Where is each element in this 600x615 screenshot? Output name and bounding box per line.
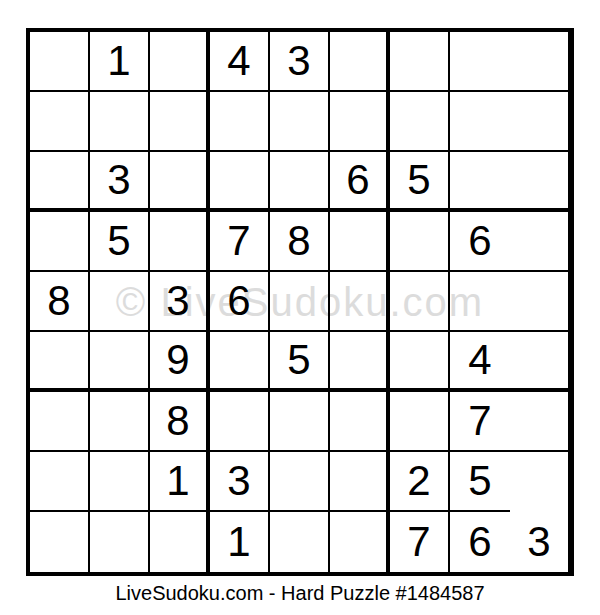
cell-r2c7[interactable]: [390, 92, 450, 152]
cell-r7c6[interactable]: [330, 392, 390, 452]
cell-r9c2[interactable]: [90, 512, 150, 572]
cell-r1c7[interactable]: [390, 32, 450, 92]
cell-r2c9[interactable]: [510, 92, 570, 152]
cell-r4c6[interactable]: [330, 212, 390, 272]
cell-r6c3[interactable]: 9: [150, 332, 210, 392]
cell-r3c2[interactable]: 3: [90, 152, 150, 212]
cell-r9c9[interactable]: 3: [510, 512, 570, 572]
sudoku-page: © LiveSudoku.com 14336557868369548713251…: [0, 28, 600, 615]
cell-r8c7[interactable]: 2: [390, 452, 450, 512]
cell-r4c4[interactable]: 7: [210, 212, 270, 272]
cell-r9c5[interactable]: [270, 512, 330, 572]
cell-r1c4[interactable]: 4: [210, 32, 270, 92]
cell-r7c2[interactable]: [90, 392, 150, 452]
cell-r6c1[interactable]: [30, 332, 90, 392]
cell-r6c7[interactable]: [390, 332, 450, 392]
cell-r1c6[interactable]: [330, 32, 390, 92]
cell-r5c5[interactable]: [270, 272, 330, 332]
cell-r5c8[interactable]: [450, 272, 510, 332]
cell-r8c5[interactable]: [270, 452, 330, 512]
cell-r7c5[interactable]: [270, 392, 330, 452]
cell-r7c8[interactable]: 7: [450, 392, 510, 452]
cell-r3c1[interactable]: [30, 152, 90, 212]
cell-r4c7[interactable]: [390, 212, 450, 272]
cell-r7c4[interactable]: [210, 392, 270, 452]
cell-r1c1[interactable]: [30, 32, 90, 92]
cell-r3c8[interactable]: [450, 152, 510, 212]
cell-r8c1[interactable]: [30, 452, 90, 512]
cell-r5c2[interactable]: [90, 272, 150, 332]
cell-r2c5[interactable]: [270, 92, 330, 152]
cell-r7c7[interactable]: [390, 392, 450, 452]
cell-r4c9[interactable]: [510, 212, 570, 272]
cell-r2c1[interactable]: [30, 92, 90, 152]
cell-r6c2[interactable]: [90, 332, 150, 392]
cell-r8c2[interactable]: [90, 452, 150, 512]
cell-r3c7[interactable]: 5: [390, 152, 450, 212]
cell-r2c8[interactable]: [450, 92, 510, 152]
cell-r6c9[interactable]: [510, 332, 570, 392]
cell-r9c6[interactable]: [330, 512, 390, 572]
cell-r8c3[interactable]: 1: [150, 452, 210, 512]
sudoku-board: © LiveSudoku.com 14336557868369548713251…: [26, 28, 574, 576]
cell-r4c5[interactable]: 8: [270, 212, 330, 272]
cell-r3c5[interactable]: [270, 152, 330, 212]
cell-r5c6[interactable]: [330, 272, 390, 332]
cell-r6c4[interactable]: [210, 332, 270, 392]
cell-r7c1[interactable]: [30, 392, 90, 452]
cell-r7c3[interactable]: 8: [150, 392, 210, 452]
cell-r9c8[interactable]: 6: [450, 512, 510, 572]
cell-r2c2[interactable]: [90, 92, 150, 152]
cell-r7c9[interactable]: [510, 392, 570, 452]
cell-r5c1[interactable]: 8: [30, 272, 90, 332]
cell-r3c3[interactable]: [150, 152, 210, 212]
cell-r8c6[interactable]: [330, 452, 390, 512]
cell-r5c7[interactable]: [390, 272, 450, 332]
cell-r2c6[interactable]: [330, 92, 390, 152]
cell-r9c1[interactable]: [30, 512, 90, 572]
cell-r4c3[interactable]: [150, 212, 210, 272]
cell-r9c7[interactable]: 7: [390, 512, 450, 572]
cell-r5c9[interactable]: [510, 272, 570, 332]
cell-r6c6[interactable]: [330, 332, 390, 392]
cell-r1c9[interactable]: [510, 32, 570, 92]
footer-caption: LiveSudoku.com - Hard Puzzle #1484587: [0, 582, 600, 605]
cell-r1c3[interactable]: [150, 32, 210, 92]
cell-r2c4[interactable]: [210, 92, 270, 152]
cell-r2c3[interactable]: [150, 92, 210, 152]
cell-r4c8[interactable]: 6: [450, 212, 510, 272]
cell-r1c8[interactable]: [450, 32, 510, 92]
cell-r6c5[interactable]: 5: [270, 332, 330, 392]
cell-r5c3[interactable]: 3: [150, 272, 210, 332]
cell-r3c4[interactable]: [210, 152, 270, 212]
cell-r8c8[interactable]: 5: [450, 452, 510, 512]
cell-r1c5[interactable]: 3: [270, 32, 330, 92]
cell-r9c4[interactable]: 1: [210, 512, 270, 572]
cell-r3c9[interactable]: [510, 152, 570, 212]
cell-r1c2[interactable]: 1: [90, 32, 150, 92]
cell-r9c3[interactable]: [150, 512, 210, 572]
cell-r3c6[interactable]: 6: [330, 152, 390, 212]
cell-r8c4[interactable]: 3: [210, 452, 270, 512]
cell-r6c8[interactable]: 4: [450, 332, 510, 392]
cell-r4c1[interactable]: [30, 212, 90, 272]
cell-r4c2[interactable]: 5: [90, 212, 150, 272]
cell-r8c9[interactable]: [510, 452, 570, 512]
cell-r5c4[interactable]: 6: [210, 272, 270, 332]
